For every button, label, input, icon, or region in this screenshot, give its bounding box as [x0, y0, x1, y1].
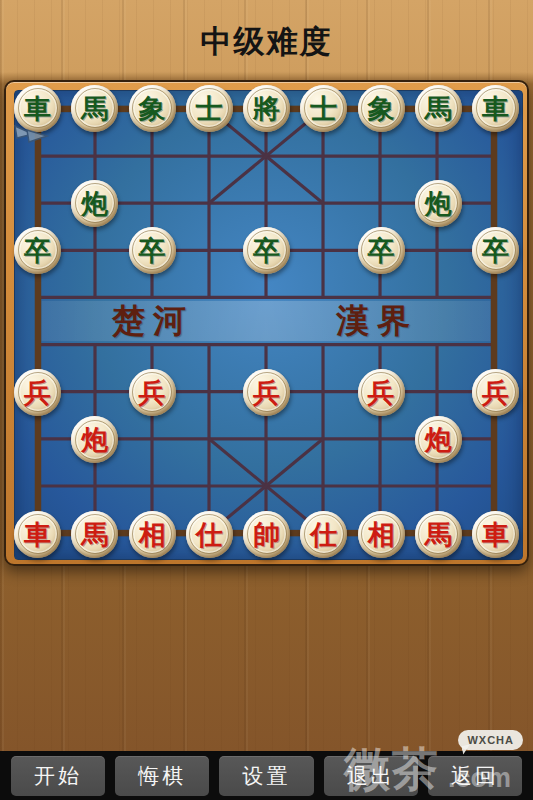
piece-character: 卒 — [368, 237, 395, 264]
piece-character: 車 — [24, 95, 51, 122]
board-cell: 象 — [352, 85, 409, 132]
piece-black-b[interactable]: 象 — [358, 85, 405, 132]
board-cell: 車 — [467, 85, 524, 132]
undo-button[interactable]: 悔棋 — [115, 756, 209, 796]
board-cell: 炮 — [410, 416, 467, 463]
piece-character: 車 — [482, 95, 509, 122]
board-cell: 兵 — [467, 369, 524, 416]
board-cell: 帥 — [238, 511, 295, 558]
piece-character: 車 — [24, 521, 51, 548]
piece-character: 馬 — [425, 95, 452, 122]
piece-character: 卒 — [24, 237, 51, 264]
board-cell: 炮 — [66, 416, 123, 463]
piece-character: 帥 — [253, 521, 280, 548]
back-button[interactable]: 返回 — [428, 756, 522, 796]
piece-red-P[interactable]: 兵 — [472, 369, 519, 416]
piece-black-k[interactable]: 將 — [243, 85, 290, 132]
piece-black-p[interactable]: 卒 — [243, 227, 290, 274]
piece-black-c[interactable]: 炮 — [415, 180, 462, 227]
watermark-badge: WXCHA — [458, 730, 523, 750]
board-cell: 相 — [123, 511, 180, 558]
piece-character: 炮 — [425, 426, 452, 453]
piece-character: 馬 — [81, 95, 108, 122]
piece-red-P[interactable]: 兵 — [358, 369, 405, 416]
piece-red-A[interactable]: 仕 — [186, 511, 233, 558]
piece-red-N[interactable]: 馬 — [71, 511, 118, 558]
board-cell: 馬 — [410, 85, 467, 132]
exit-button[interactable]: 退出 — [324, 756, 418, 796]
piece-grid: 車馬象士將士象馬車炮炮卒卒卒卒卒兵兵兵兵兵炮炮車馬相仕帥仕相馬車 — [9, 85, 524, 558]
board-cell: 卒 — [9, 227, 66, 274]
piece-character: 兵 — [482, 379, 509, 406]
board-cell: 卒 — [123, 227, 180, 274]
piece-character: 炮 — [81, 426, 108, 453]
piece-red-K[interactable]: 帥 — [243, 511, 290, 558]
board-cell: 相 — [352, 511, 409, 558]
piece-red-R[interactable]: 車 — [472, 511, 519, 558]
board-cell: 卒 — [467, 227, 524, 274]
piece-red-C[interactable]: 炮 — [415, 416, 462, 463]
piece-black-a[interactable]: 士 — [186, 85, 233, 132]
board-cell: 馬 — [66, 85, 123, 132]
settings-button[interactable]: 设置 — [219, 756, 313, 796]
piece-character: 兵 — [253, 379, 280, 406]
piece-character: 炮 — [425, 190, 452, 217]
piece-character: 兵 — [139, 379, 166, 406]
piece-character: 仕 — [196, 521, 223, 548]
start-button[interactable]: 开始 — [11, 756, 105, 796]
bottom-toolbar: 开始 悔棋 设置 退出 返回 — [0, 751, 533, 800]
piece-character: 象 — [139, 95, 166, 122]
piece-character: 兵 — [368, 379, 395, 406]
board-cell: 兵 — [123, 369, 180, 416]
piece-red-C[interactable]: 炮 — [71, 416, 118, 463]
board-cell: 仕 — [295, 511, 352, 558]
piece-character: 卒 — [482, 237, 509, 264]
piece-character: 卒 — [139, 237, 166, 264]
piece-red-R[interactable]: 車 — [14, 511, 61, 558]
piece-black-b[interactable]: 象 — [129, 85, 176, 132]
piece-character: 相 — [368, 521, 395, 548]
piece-black-p[interactable]: 卒 — [358, 227, 405, 274]
board-cell: 車 — [9, 511, 66, 558]
piece-red-P[interactable]: 兵 — [129, 369, 176, 416]
board-cell: 兵 — [9, 369, 66, 416]
piece-red-B[interactable]: 相 — [358, 511, 405, 558]
board-cell: 卒 — [352, 227, 409, 274]
piece-character: 卒 — [253, 237, 280, 264]
xiangqi-board-frame: 楚河 漢界 車馬象士將士象馬車炮炮卒卒卒卒卒兵兵兵兵兵炮炮車馬相仕帥仕相馬車 — [4, 80, 529, 566]
piece-red-P[interactable]: 兵 — [243, 369, 290, 416]
piece-black-p[interactable]: 卒 — [14, 227, 61, 274]
board-cell: 炮 — [66, 179, 123, 226]
piece-black-p[interactable]: 卒 — [472, 227, 519, 274]
board-cell: 象 — [123, 85, 180, 132]
piece-red-P[interactable]: 兵 — [14, 369, 61, 416]
piece-character: 炮 — [81, 190, 108, 217]
board-cell: 將 — [238, 85, 295, 132]
piece-character: 士 — [310, 95, 337, 122]
piece-black-p[interactable]: 卒 — [129, 227, 176, 274]
piece-red-N[interactable]: 馬 — [415, 511, 462, 558]
board-cell: 卒 — [238, 227, 295, 274]
page-title: 中级难度 — [0, 21, 533, 63]
piece-character: 馬 — [81, 521, 108, 548]
board-cell: 車 — [467, 511, 524, 558]
piece-character: 仕 — [310, 521, 337, 548]
piece-character: 兵 — [24, 379, 51, 406]
piece-black-n[interactable]: 馬 — [71, 85, 118, 132]
piece-black-a[interactable]: 士 — [300, 85, 347, 132]
board-cell: 士 — [295, 85, 352, 132]
piece-character: 士 — [196, 95, 223, 122]
board-cell: 馬 — [410, 511, 467, 558]
board-cell: 炮 — [410, 179, 467, 226]
piece-black-r[interactable]: 車 — [472, 85, 519, 132]
piece-character: 車 — [482, 521, 509, 548]
board-cell: 仕 — [181, 511, 238, 558]
piece-character: 馬 — [425, 521, 452, 548]
xiangqi-board[interactable]: 楚河 漢界 車馬象士將士象馬車炮炮卒卒卒卒卒兵兵兵兵兵炮炮車馬相仕帥仕相馬車 — [14, 90, 523, 560]
board-cell: 兵 — [238, 369, 295, 416]
board-cell: 士 — [181, 85, 238, 132]
turn-indicator-arrow-icon — [13, 122, 55, 150]
piece-black-c[interactable]: 炮 — [71, 180, 118, 227]
piece-character: 相 — [139, 521, 166, 548]
piece-red-A[interactable]: 仕 — [300, 511, 347, 558]
board-cell: 馬 — [66, 511, 123, 558]
board-cell: 兵 — [352, 369, 409, 416]
piece-character: 將 — [253, 95, 280, 122]
piece-black-n[interactable]: 馬 — [415, 85, 462, 132]
piece-character: 象 — [368, 95, 395, 122]
piece-red-B[interactable]: 相 — [129, 511, 176, 558]
